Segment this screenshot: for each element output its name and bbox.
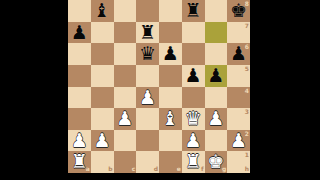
square-h4[interactable]: 4 [227, 87, 250, 109]
square-g2[interactable] [205, 130, 228, 152]
square-h8[interactable]: ♚8 [227, 0, 250, 22]
square-b3[interactable] [91, 108, 114, 130]
square-g7[interactable] [205, 22, 228, 44]
square-a3[interactable] [68, 108, 91, 130]
piece-black-queen[interactable]: ♛ [136, 43, 159, 65]
rank-label-7: 7 [245, 23, 249, 29]
square-e7[interactable] [159, 22, 182, 44]
square-f3[interactable]: ♛ [182, 108, 205, 130]
piece-white-pawn[interactable]: ♟ [227, 130, 250, 152]
square-g6[interactable] [205, 43, 228, 65]
square-g8[interactable] [205, 0, 228, 22]
square-f1[interactable]: ♜f [182, 151, 205, 173]
square-h6[interactable]: ♟6 [227, 43, 250, 65]
square-f5[interactable]: ♟ [182, 65, 205, 87]
square-e6[interactable]: ♟ [159, 43, 182, 65]
chess-board: ♝♜♚8♟♜7♛♟♟6♟♟5♟4♟♝♛♟3♟♟♟♟2♜abcde♜f♚g1h [68, 0, 250, 173]
square-e2[interactable] [159, 130, 182, 152]
square-c7[interactable] [114, 22, 137, 44]
piece-black-rook[interactable]: ♜ [136, 22, 159, 44]
rank-label-4: 4 [245, 88, 249, 94]
square-a6[interactable] [68, 43, 91, 65]
piece-white-bishop[interactable]: ♝ [159, 108, 182, 130]
square-a7[interactable]: ♟ [68, 22, 91, 44]
piece-white-pawn[interactable]: ♟ [205, 108, 228, 130]
piece-white-rook[interactable]: ♜ [182, 151, 205, 173]
square-c6[interactable] [114, 43, 137, 65]
square-h3[interactable]: 3 [227, 108, 250, 130]
square-b4[interactable] [91, 87, 114, 109]
square-b6[interactable] [91, 43, 114, 65]
piece-white-pawn[interactable]: ♟ [114, 108, 137, 130]
square-d8[interactable] [136, 0, 159, 22]
square-c3[interactable]: ♟ [114, 108, 137, 130]
square-h1[interactable]: 1h [227, 151, 250, 173]
square-g1[interactable]: ♚g [205, 151, 228, 173]
square-g3[interactable]: ♟ [205, 108, 228, 130]
square-e1[interactable]: e [159, 151, 182, 173]
square-b2[interactable]: ♟ [91, 130, 114, 152]
square-e3[interactable]: ♝ [159, 108, 182, 130]
file-label-c: c [132, 166, 136, 172]
file-label-d: d [154, 166, 158, 172]
square-c5[interactable] [114, 65, 137, 87]
square-f8[interactable]: ♜ [182, 0, 205, 22]
file-label-h: h [245, 166, 249, 172]
piece-white-pawn[interactable]: ♟ [182, 130, 205, 152]
rank-label-3: 3 [245, 109, 249, 115]
square-c1[interactable]: c [114, 151, 137, 173]
file-label-b: b [108, 166, 112, 172]
square-d6[interactable]: ♛ [136, 43, 159, 65]
square-b1[interactable]: b [91, 151, 114, 173]
square-h2[interactable]: ♟2 [227, 130, 250, 152]
square-b8[interactable]: ♝ [91, 0, 114, 22]
square-h7[interactable]: 7 [227, 22, 250, 44]
piece-white-king[interactable]: ♚ [205, 151, 228, 173]
square-f6[interactable] [182, 43, 205, 65]
square-a8[interactable] [68, 0, 91, 22]
square-f7[interactable] [182, 22, 205, 44]
piece-white-pawn[interactable]: ♟ [136, 87, 159, 109]
rank-label-5: 5 [245, 66, 249, 72]
piece-white-queen[interactable]: ♛ [182, 108, 205, 130]
square-d1[interactable]: d [136, 151, 159, 173]
piece-black-pawn[interactable]: ♟ [68, 22, 91, 44]
square-h5[interactable]: 5 [227, 65, 250, 87]
square-d3[interactable] [136, 108, 159, 130]
square-e8[interactable] [159, 0, 182, 22]
square-a5[interactable] [68, 65, 91, 87]
square-c4[interactable] [114, 87, 137, 109]
square-a2[interactable]: ♟ [68, 130, 91, 152]
square-b5[interactable] [91, 65, 114, 87]
square-d7[interactable]: ♜ [136, 22, 159, 44]
letterbox-background: ♝♜♚8♟♜7♛♟♟6♟♟5♟4♟♝♛♟3♟♟♟♟2♜abcde♜f♚g1h [0, 0, 320, 180]
piece-black-pawn[interactable]: ♟ [227, 43, 250, 65]
piece-white-rook[interactable]: ♜ [68, 151, 91, 173]
square-d2[interactable] [136, 130, 159, 152]
square-a4[interactable] [68, 87, 91, 109]
rank-label-1: 1 [245, 152, 249, 158]
piece-black-pawn[interactable]: ♟ [205, 65, 228, 87]
square-e4[interactable] [159, 87, 182, 109]
square-b7[interactable] [91, 22, 114, 44]
square-d5[interactable] [136, 65, 159, 87]
file-label-e: e [177, 166, 181, 172]
piece-white-pawn[interactable]: ♟ [91, 130, 114, 152]
piece-white-pawn[interactable]: ♟ [68, 130, 91, 152]
square-g4[interactable] [205, 87, 228, 109]
square-g5[interactable]: ♟ [205, 65, 228, 87]
piece-black-bishop[interactable]: ♝ [91, 0, 114, 22]
piece-black-pawn[interactable]: ♟ [159, 43, 182, 65]
piece-black-king[interactable]: ♚ [227, 0, 250, 22]
square-f2[interactable]: ♟ [182, 130, 205, 152]
square-c2[interactable] [114, 130, 137, 152]
square-c8[interactable] [114, 0, 137, 22]
square-a1[interactable]: ♜a [68, 151, 91, 173]
square-d4[interactable]: ♟ [136, 87, 159, 109]
piece-black-rook[interactable]: ♜ [182, 0, 205, 22]
square-f4[interactable] [182, 87, 205, 109]
square-e5[interactable] [159, 65, 182, 87]
piece-black-pawn[interactable]: ♟ [182, 65, 205, 87]
